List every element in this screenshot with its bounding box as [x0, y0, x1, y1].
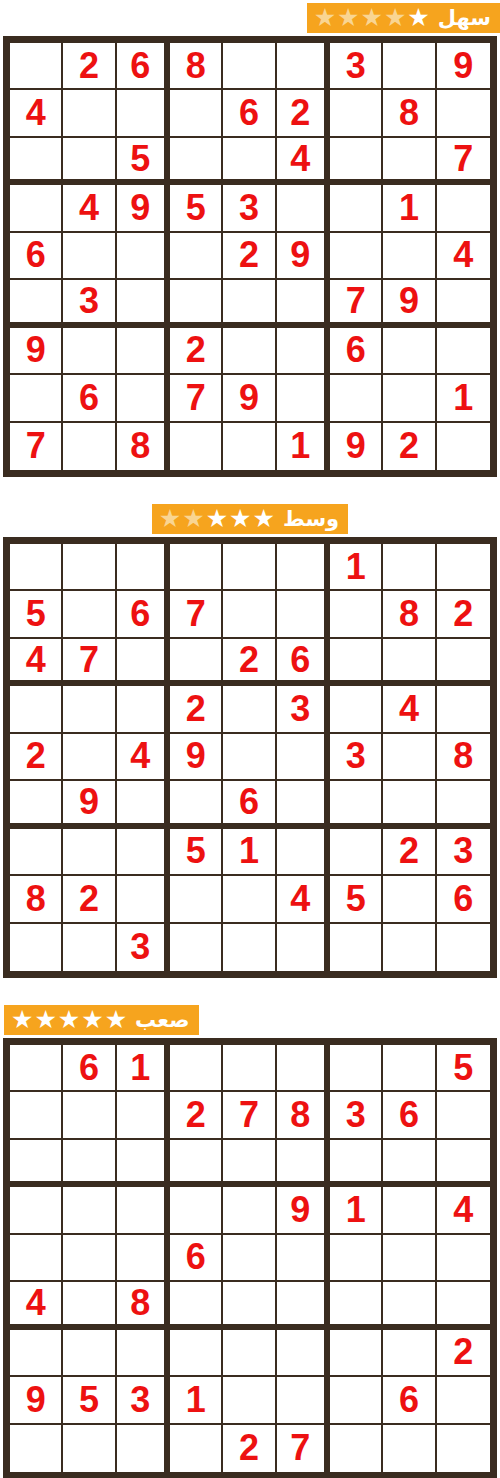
cell-r5c1[interactable] — [10, 1235, 63, 1282]
cell-r9c6[interactable]: 1 — [277, 423, 330, 470]
cell-r2c4[interactable] — [170, 90, 223, 137]
cell-r8c7[interactable] — [330, 375, 383, 422]
cell-r6c7[interactable]: 7 — [330, 280, 383, 327]
cell-r9c3[interactable]: 3 — [117, 924, 170, 971]
cell-r3c7[interactable] — [330, 1140, 383, 1187]
difficulty-banner-hard: ★★★★★ صعب — [4, 1005, 199, 1035]
cell-r8c5[interactable] — [223, 876, 276, 923]
cell-r3c4[interactable] — [170, 138, 223, 185]
cell-r9c3[interactable]: 8 — [117, 423, 170, 470]
cell-r7c6[interactable] — [277, 328, 330, 375]
cell-r9c4[interactable] — [170, 423, 223, 470]
cell-r8c4[interactable] — [170, 876, 223, 923]
cell-r6c6[interactable] — [277, 280, 330, 327]
cell-r8c1[interactable] — [10, 375, 63, 422]
cell-r1c5[interactable] — [223, 544, 276, 591]
cell-r9c2[interactable] — [63, 1425, 116, 1472]
cell-r3c2[interactable] — [63, 1140, 116, 1187]
cell-r8c9[interactable]: 1 — [437, 375, 490, 422]
cell-r2c9[interactable] — [437, 1092, 490, 1139]
puzzle-medium: ★★★★★ وسط 156782472623424938965123824563 — [0, 504, 500, 978]
cell-r3c6[interactable] — [277, 1140, 330, 1187]
cell-r1c1[interactable] — [10, 544, 63, 591]
cell-r1c7[interactable]: 3 — [330, 43, 383, 90]
sudoku-page: ★★★★★ سهل 268394628547495316294379926679… — [0, 0, 500, 1478]
cell-r6c3[interactable] — [117, 280, 170, 327]
cell-r9c9[interactable] — [437, 1425, 490, 1472]
cell-r7c7[interactable] — [330, 829, 383, 876]
star-icon: ★ — [407, 5, 429, 31]
cell-r4c1[interactable] — [10, 1187, 63, 1234]
star-icon: ★ — [11, 1007, 33, 1033]
cell-r4c1[interactable] — [10, 686, 63, 733]
cell-r5c7[interactable]: 3 — [330, 734, 383, 781]
cell-r1c1[interactable] — [10, 43, 63, 90]
cell-r6c8[interactable]: 9 — [383, 280, 436, 327]
cell-r8c7[interactable]: 5 — [330, 876, 383, 923]
cell-r8c5[interactable] — [223, 1377, 276, 1424]
cell-r2c3[interactable]: 6 — [117, 591, 170, 638]
cell-r4c4[interactable]: 2 — [170, 686, 223, 733]
cell-r7c3[interactable] — [117, 328, 170, 375]
cell-r3c9[interactable] — [437, 1140, 490, 1187]
cell-r3c6[interactable]: 4 — [277, 138, 330, 185]
cell-r8c5[interactable]: 9 — [223, 375, 276, 422]
cell-r2c5[interactable] — [223, 591, 276, 638]
cell-r8c6[interactable] — [277, 1377, 330, 1424]
difficulty-banner-easy: ★★★★★ سهل — [307, 3, 500, 33]
cell-r2c6[interactable]: 8 — [277, 1092, 330, 1139]
cell-r1c8[interactable] — [383, 1045, 436, 1092]
cell-r2c1[interactable]: 4 — [10, 90, 63, 137]
cell-r3c7[interactable] — [330, 138, 383, 185]
difficulty-label: سهل — [438, 3, 491, 33]
cell-r1c9[interactable]: 9 — [437, 43, 490, 90]
puzzle-hard: ★★★★★ صعب 6152783691464829531627 — [0, 1005, 500, 1478]
cell-r3c6[interactable]: 6 — [277, 639, 330, 686]
cell-r2c7[interactable]: 3 — [330, 1092, 383, 1139]
cell-r5c7[interactable] — [330, 1235, 383, 1282]
cell-r9c6[interactable] — [277, 924, 330, 971]
cell-r4c8[interactable]: 1 — [383, 185, 436, 232]
cell-r6c1[interactable]: 4 — [10, 1282, 63, 1329]
cell-r7c4[interactable]: 5 — [170, 829, 223, 876]
cell-r3c1[interactable]: 4 — [10, 639, 63, 686]
cell-r7c2[interactable] — [63, 1330, 116, 1377]
difficulty-banner-medium: ★★★★★ وسط — [152, 504, 348, 534]
cell-r3c2[interactable]: 7 — [63, 639, 116, 686]
cell-r1c3[interactable] — [117, 544, 170, 591]
cell-r9c7[interactable]: 9 — [330, 423, 383, 470]
cell-r8c2[interactable]: 5 — [63, 1377, 116, 1424]
cell-r6c9[interactable] — [437, 1282, 490, 1329]
cell-r1c2[interactable]: 6 — [63, 1045, 116, 1092]
cell-r9c4[interactable] — [170, 1425, 223, 1472]
cell-r5c1[interactable]: 6 — [10, 233, 63, 280]
cell-r4c3[interactable]: 9 — [117, 185, 170, 232]
cell-r5c8[interactable] — [383, 233, 436, 280]
cell-r5c4[interactable] — [170, 233, 223, 280]
star-icon: ★ — [206, 506, 228, 532]
star-icon: ★ — [314, 5, 336, 31]
cell-r3c3[interactable]: 5 — [117, 138, 170, 185]
cell-r7c2[interactable] — [63, 829, 116, 876]
cell-r2c7[interactable] — [330, 90, 383, 137]
cell-r5c6[interactable] — [277, 734, 330, 781]
sudoku-grid-hard: 6152783691464829531627 — [3, 1038, 497, 1478]
cell-r1c8[interactable] — [383, 43, 436, 90]
cell-r7c1[interactable]: 9 — [10, 328, 63, 375]
cell-r2c9[interactable]: 2 — [437, 591, 490, 638]
cell-r6c9[interactable] — [437, 280, 490, 327]
cell-r4c9[interactable] — [437, 185, 490, 232]
cell-r6c6[interactable] — [277, 1282, 330, 1329]
cell-r9c4[interactable] — [170, 924, 223, 971]
cell-r6c6[interactable] — [277, 781, 330, 828]
cell-r3c4[interactable] — [170, 639, 223, 686]
cell-r3c8[interactable] — [383, 639, 436, 686]
cell-r4c1[interactable] — [10, 185, 63, 232]
cell-r6c2[interactable] — [63, 1282, 116, 1329]
star-icon: ★ — [159, 506, 181, 532]
cell-r8c7[interactable] — [330, 1377, 383, 1424]
cell-r4c2[interactable] — [63, 686, 116, 733]
cell-r7c8[interactable] — [383, 328, 436, 375]
cell-r9c7[interactable] — [330, 924, 383, 971]
cell-r7c3[interactable] — [117, 1330, 170, 1377]
cell-r5c4[interactable]: 9 — [170, 734, 223, 781]
cell-r2c2[interactable] — [63, 1092, 116, 1139]
cell-r7c9[interactable]: 2 — [437, 1330, 490, 1377]
cell-r9c8[interactable] — [383, 1425, 436, 1472]
cell-r1c4[interactable] — [170, 1045, 223, 1092]
cell-r8c1[interactable]: 9 — [10, 1377, 63, 1424]
cell-r4c6[interactable]: 3 — [277, 686, 330, 733]
cell-r9c5[interactable]: 2 — [223, 1425, 276, 1472]
cell-r5c5[interactable] — [223, 1235, 276, 1282]
sudoku-grid-medium: 156782472623424938965123824563 — [3, 537, 497, 978]
cell-r4c9[interactable] — [437, 686, 490, 733]
cell-r3c5[interactable]: 2 — [223, 639, 276, 686]
cell-r3c8[interactable] — [383, 1140, 436, 1187]
cell-r9c1[interactable] — [10, 924, 63, 971]
cell-r4c3[interactable] — [117, 686, 170, 733]
cell-r7c2[interactable] — [63, 328, 116, 375]
cell-r6c3[interactable] — [117, 781, 170, 828]
cell-r7c8[interactable]: 2 — [383, 829, 436, 876]
cell-r1c9[interactable] — [437, 544, 490, 591]
star-icon: ★ — [337, 5, 359, 31]
cell-r4c5[interactable] — [223, 1187, 276, 1234]
star-icon: ★ — [182, 506, 204, 532]
cell-r8c3[interactable] — [117, 876, 170, 923]
cell-r3c1[interactable] — [10, 138, 63, 185]
cell-r5c5[interactable] — [223, 734, 276, 781]
cell-r5c1[interactable]: 2 — [10, 734, 63, 781]
cell-r5c3[interactable]: 4 — [117, 734, 170, 781]
cell-r5c2[interactable] — [63, 1235, 116, 1282]
star-icon: ★ — [81, 1007, 103, 1033]
cell-r7c6[interactable] — [277, 1330, 330, 1377]
cell-r2c6[interactable]: 2 — [277, 90, 330, 137]
cell-r8c3[interactable] — [117, 375, 170, 422]
cell-r2c8[interactable]: 8 — [383, 591, 436, 638]
cell-r9c9[interactable] — [437, 423, 490, 470]
cell-r8c4[interactable]: 7 — [170, 375, 223, 422]
cell-r6c5[interactable] — [223, 280, 276, 327]
cell-r1c5[interactable] — [223, 1045, 276, 1092]
cell-r1c7[interactable] — [330, 1045, 383, 1092]
cell-r5c2[interactable] — [63, 233, 116, 280]
cell-r8c1[interactable]: 8 — [10, 876, 63, 923]
cell-r4c2[interactable]: 4 — [63, 185, 116, 232]
star-icon: ★ — [229, 506, 251, 532]
cell-r4c8[interactable] — [383, 1187, 436, 1234]
cell-r5c8[interactable] — [383, 734, 436, 781]
cell-r9c7[interactable] — [330, 1425, 383, 1472]
cell-r4c9[interactable]: 4 — [437, 1187, 490, 1234]
cell-r9c3[interactable] — [117, 1425, 170, 1472]
cell-r3c4[interactable] — [170, 1140, 223, 1187]
cell-r8c8[interactable]: 6 — [383, 1377, 436, 1424]
cell-r4c2[interactable] — [63, 1187, 116, 1234]
difficulty-stars: ★★★★★ — [314, 5, 431, 31]
cell-r4c5[interactable]: 3 — [223, 185, 276, 232]
cell-r1c5[interactable] — [223, 43, 276, 90]
cell-r1c4[interactable] — [170, 544, 223, 591]
cell-r9c1[interactable] — [10, 1425, 63, 1472]
cell-r2c8[interactable]: 8 — [383, 90, 436, 137]
cell-r7c3[interactable] — [117, 829, 170, 876]
cell-r8c8[interactable] — [383, 876, 436, 923]
cell-r7c5[interactable]: 1 — [223, 829, 276, 876]
puzzle-easy: ★★★★★ سهل 268394628547495316294379926679… — [0, 3, 500, 477]
cell-r1c7[interactable]: 1 — [330, 544, 383, 591]
cell-r1c8[interactable] — [383, 544, 436, 591]
cell-r6c4[interactable] — [170, 280, 223, 327]
star-icon: ★ — [360, 5, 382, 31]
cell-r3c8[interactable] — [383, 138, 436, 185]
cell-r1c2[interactable]: 2 — [63, 43, 116, 90]
cell-r2c8[interactable]: 6 — [383, 1092, 436, 1139]
cell-r5c8[interactable] — [383, 1235, 436, 1282]
cell-r9c8[interactable]: 2 — [383, 423, 436, 470]
cell-r9c8[interactable] — [383, 924, 436, 971]
cell-r1c6[interactable] — [277, 43, 330, 90]
cell-r1c1[interactable] — [10, 1045, 63, 1092]
cell-r4c5[interactable] — [223, 686, 276, 733]
sudoku-grid-easy: 268394628547495316294379926679178192 — [3, 36, 497, 477]
cell-r3c3[interactable] — [117, 639, 170, 686]
difficulty-label: صعب — [135, 1005, 189, 1035]
cell-r7c1[interactable] — [10, 1330, 63, 1377]
cell-r4c8[interactable]: 4 — [383, 686, 436, 733]
cell-r2c5[interactable]: 6 — [223, 90, 276, 137]
cell-r5c6[interactable] — [277, 1235, 330, 1282]
star-icon: ★ — [34, 1007, 56, 1033]
cell-r7c6[interactable] — [277, 829, 330, 876]
cell-r8c4[interactable]: 1 — [170, 1377, 223, 1424]
cell-r6c2[interactable]: 3 — [63, 280, 116, 327]
cell-r5c9[interactable]: 8 — [437, 734, 490, 781]
cell-r2c3[interactable] — [117, 90, 170, 137]
cell-r9c2[interactable] — [63, 924, 116, 971]
cell-r9c5[interactable] — [223, 924, 276, 971]
cell-r6c1[interactable] — [10, 280, 63, 327]
cell-r5c5[interactable]: 2 — [223, 233, 276, 280]
cell-r5c7[interactable] — [330, 233, 383, 280]
cell-r8c9[interactable] — [437, 1377, 490, 1424]
cell-r5c2[interactable] — [63, 734, 116, 781]
cell-r2c1[interactable] — [10, 1092, 63, 1139]
cell-r2c2[interactable] — [63, 90, 116, 137]
cell-r8c2[interactable]: 6 — [63, 375, 116, 422]
cell-r7c4[interactable]: 2 — [170, 328, 223, 375]
cell-r5c9[interactable] — [437, 1235, 490, 1282]
cell-r8c6[interactable] — [277, 375, 330, 422]
star-icon: ★ — [253, 506, 275, 532]
cell-r4c4[interactable] — [170, 1187, 223, 1234]
cell-r1c4[interactable]: 8 — [170, 43, 223, 90]
cell-r5c6[interactable]: 9 — [277, 233, 330, 280]
cell-r1c3[interactable]: 6 — [117, 43, 170, 90]
difficulty-stars: ★★★★★ — [11, 1007, 128, 1033]
cell-r6c9[interactable] — [437, 781, 490, 828]
cell-r6c2[interactable]: 9 — [63, 781, 116, 828]
cell-r2c1[interactable]: 5 — [10, 591, 63, 638]
cell-r5c4[interactable]: 6 — [170, 1235, 223, 1282]
cell-r7c1[interactable] — [10, 829, 63, 876]
cell-r9c1[interactable]: 7 — [10, 423, 63, 470]
star-icon: ★ — [105, 1007, 127, 1033]
difficulty-stars: ★★★★★ — [159, 506, 276, 532]
cell-r5c9[interactable]: 4 — [437, 233, 490, 280]
cell-r3c9[interactable]: 7 — [437, 138, 490, 185]
cell-r1c9[interactable]: 5 — [437, 1045, 490, 1092]
cell-r2c5[interactable]: 7 — [223, 1092, 276, 1139]
cell-r2c7[interactable] — [330, 591, 383, 638]
cell-r6c5[interactable] — [223, 1282, 276, 1329]
cell-r6c8[interactable] — [383, 1282, 436, 1329]
cell-r7c8[interactable] — [383, 1330, 436, 1377]
cell-r5c3[interactable] — [117, 1235, 170, 1282]
cell-r7c5[interactable] — [223, 1330, 276, 1377]
cell-r4c4[interactable]: 5 — [170, 185, 223, 232]
difficulty-label: وسط — [283, 504, 339, 534]
cell-r3c5[interactable] — [223, 138, 276, 185]
cell-r4c3[interactable] — [117, 1187, 170, 1234]
cell-r6c4[interactable] — [170, 781, 223, 828]
cell-r9c9[interactable] — [437, 924, 490, 971]
cell-r9c2[interactable] — [63, 423, 116, 470]
cell-r4c7[interactable]: 1 — [330, 1187, 383, 1234]
cell-r8c9[interactable]: 6 — [437, 876, 490, 923]
cell-r7c5[interactable] — [223, 328, 276, 375]
cell-r2c2[interactable] — [63, 591, 116, 638]
cell-r1c6[interactable] — [277, 544, 330, 591]
star-icon: ★ — [58, 1007, 80, 1033]
cell-r7c9[interactable] — [437, 328, 490, 375]
star-icon: ★ — [384, 5, 406, 31]
cell-r5c3[interactable] — [117, 233, 170, 280]
cell-r8c3[interactable]: 3 — [117, 1377, 170, 1424]
cell-r3c7[interactable] — [330, 639, 383, 686]
cell-r9c6[interactable]: 7 — [277, 1425, 330, 1472]
cell-r1c6[interactable] — [277, 1045, 330, 1092]
cell-r8c8[interactable] — [383, 375, 436, 422]
cell-r2c6[interactable] — [277, 591, 330, 638]
cell-r3c3[interactable] — [117, 1140, 170, 1187]
cell-r1c2[interactable] — [63, 544, 116, 591]
cell-r7c7[interactable] — [330, 1330, 383, 1377]
cell-r2c4[interactable]: 7 — [170, 591, 223, 638]
cell-r4c7[interactable] — [330, 185, 383, 232]
cell-r4c7[interactable] — [330, 686, 383, 733]
cell-r7c7[interactable]: 6 — [330, 328, 383, 375]
cell-r7c9[interactable]: 3 — [437, 829, 490, 876]
cell-r6c4[interactable] — [170, 1282, 223, 1329]
cell-r6c3[interactable]: 8 — [117, 1282, 170, 1329]
cell-r6c5[interactable]: 6 — [223, 781, 276, 828]
cell-r3c5[interactable] — [223, 1140, 276, 1187]
cell-r4c6[interactable] — [277, 185, 330, 232]
cell-r2c9[interactable] — [437, 90, 490, 137]
cell-r8c2[interactable]: 2 — [63, 876, 116, 923]
cell-r4c6[interactable]: 9 — [277, 1187, 330, 1234]
cell-r9c5[interactable] — [223, 423, 276, 470]
cell-r3c2[interactable] — [63, 138, 116, 185]
cell-r6c7[interactable] — [330, 1282, 383, 1329]
cell-r8c6[interactable]: 4 — [277, 876, 330, 923]
cell-r3c1[interactable] — [10, 1140, 63, 1187]
cell-r2c4[interactable]: 2 — [170, 1092, 223, 1139]
cell-r6c7[interactable] — [330, 781, 383, 828]
cell-r2c3[interactable] — [117, 1092, 170, 1139]
cell-r6c8[interactable] — [383, 781, 436, 828]
cell-r3c9[interactable] — [437, 639, 490, 686]
cell-r7c4[interactable] — [170, 1330, 223, 1377]
cell-r1c3[interactable]: 1 — [117, 1045, 170, 1092]
cell-r6c1[interactable] — [10, 781, 63, 828]
